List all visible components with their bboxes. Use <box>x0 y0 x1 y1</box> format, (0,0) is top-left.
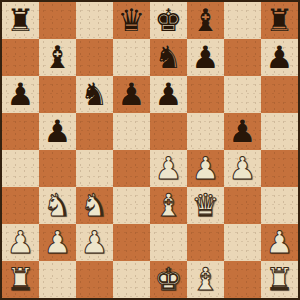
square-h7[interactable]: ♟ <box>261 39 298 76</box>
square-c1[interactable] <box>76 261 113 298</box>
chess-board: ♜♛♚♝♜♝♞♟♟♟♞♟♟♟♟♟♟♟♞♞♝♛♟♟♟♟♜♚♝♜ <box>0 0 300 300</box>
piece-black-pawn-b5[interactable]: ♟ <box>44 113 72 150</box>
square-g4[interactable]: ♟ <box>224 150 261 187</box>
piece-white-knight-b3[interactable]: ♞ <box>44 187 72 224</box>
square-e8[interactable]: ♚ <box>150 2 187 39</box>
square-c6[interactable]: ♞ <box>76 76 113 113</box>
piece-white-bishop-e3[interactable]: ♝ <box>155 187 183 224</box>
square-b7[interactable]: ♝ <box>39 39 76 76</box>
piece-black-pawn-e6[interactable]: ♟ <box>155 76 183 113</box>
piece-black-bishop-b7[interactable]: ♝ <box>44 39 72 76</box>
piece-black-pawn-g5[interactable]: ♟ <box>229 113 257 150</box>
square-f6[interactable] <box>187 76 224 113</box>
square-b1[interactable] <box>39 261 76 298</box>
square-e6[interactable]: ♟ <box>150 76 187 113</box>
square-c4[interactable] <box>76 150 113 187</box>
piece-black-rook-a8[interactable]: ♜ <box>7 2 35 39</box>
piece-white-rook-h1[interactable]: ♜ <box>266 261 294 298</box>
piece-black-pawn-h7[interactable]: ♟ <box>266 39 294 76</box>
square-b8[interactable] <box>39 2 76 39</box>
piece-black-pawn-f7[interactable]: ♟ <box>192 39 220 76</box>
square-h6[interactable] <box>261 76 298 113</box>
square-a3[interactable] <box>2 187 39 224</box>
piece-black-pawn-a6[interactable]: ♟ <box>7 76 35 113</box>
piece-white-pawn-c2[interactable]: ♟ <box>81 224 109 261</box>
square-e5[interactable] <box>150 113 187 150</box>
square-c2[interactable]: ♟ <box>76 224 113 261</box>
piece-black-bishop-f8[interactable]: ♝ <box>192 2 220 39</box>
piece-white-king-e1[interactable]: ♚ <box>155 261 183 298</box>
square-h5[interactable] <box>261 113 298 150</box>
square-d3[interactable] <box>113 187 150 224</box>
square-d8[interactable]: ♛ <box>113 2 150 39</box>
square-f3[interactable]: ♛ <box>187 187 224 224</box>
piece-black-king-e8[interactable]: ♚ <box>155 2 183 39</box>
piece-black-rook-h8[interactable]: ♜ <box>266 2 294 39</box>
piece-black-knight-e7[interactable]: ♞ <box>155 39 183 76</box>
square-a2[interactable]: ♟ <box>2 224 39 261</box>
square-h4[interactable] <box>261 150 298 187</box>
square-f4[interactable]: ♟ <box>187 150 224 187</box>
square-d1[interactable] <box>113 261 150 298</box>
square-d7[interactable] <box>113 39 150 76</box>
square-b3[interactable]: ♞ <box>39 187 76 224</box>
square-f1[interactable]: ♝ <box>187 261 224 298</box>
square-g2[interactable] <box>224 224 261 261</box>
square-c5[interactable] <box>76 113 113 150</box>
square-f7[interactable]: ♟ <box>187 39 224 76</box>
square-h3[interactable] <box>261 187 298 224</box>
piece-white-bishop-f1[interactable]: ♝ <box>192 261 220 298</box>
square-a1[interactable]: ♜ <box>2 261 39 298</box>
piece-black-queen-d8[interactable]: ♛ <box>118 2 146 39</box>
square-d5[interactable] <box>113 113 150 150</box>
square-d4[interactable] <box>113 150 150 187</box>
piece-black-pawn-d6[interactable]: ♟ <box>118 76 146 113</box>
square-b2[interactable]: ♟ <box>39 224 76 261</box>
square-g3[interactable] <box>224 187 261 224</box>
square-f5[interactable] <box>187 113 224 150</box>
square-c7[interactable] <box>76 39 113 76</box>
square-g8[interactable] <box>224 2 261 39</box>
square-g5[interactable]: ♟ <box>224 113 261 150</box>
piece-white-pawn-e4[interactable]: ♟ <box>155 150 183 187</box>
square-c3[interactable]: ♞ <box>76 187 113 224</box>
piece-white-rook-a1[interactable]: ♜ <box>7 261 35 298</box>
square-g6[interactable] <box>224 76 261 113</box>
square-b4[interactable] <box>39 150 76 187</box>
piece-white-queen-f3[interactable]: ♛ <box>192 187 220 224</box>
square-a7[interactable] <box>2 39 39 76</box>
square-b6[interactable] <box>39 76 76 113</box>
square-g1[interactable] <box>224 261 261 298</box>
square-g7[interactable] <box>224 39 261 76</box>
piece-black-knight-c6[interactable]: ♞ <box>81 76 109 113</box>
square-h2[interactable]: ♟ <box>261 224 298 261</box>
square-d6[interactable]: ♟ <box>113 76 150 113</box>
piece-white-pawn-g4[interactable]: ♟ <box>229 150 257 187</box>
square-a5[interactable] <box>2 113 39 150</box>
square-e3[interactable]: ♝ <box>150 187 187 224</box>
square-h8[interactable]: ♜ <box>261 2 298 39</box>
piece-white-knight-c3[interactable]: ♞ <box>81 187 109 224</box>
square-a4[interactable] <box>2 150 39 187</box>
piece-white-pawn-h2[interactable]: ♟ <box>266 224 294 261</box>
piece-white-pawn-b2[interactable]: ♟ <box>44 224 72 261</box>
square-b5[interactable]: ♟ <box>39 113 76 150</box>
square-d2[interactable] <box>113 224 150 261</box>
square-a6[interactable]: ♟ <box>2 76 39 113</box>
square-e2[interactable] <box>150 224 187 261</box>
square-h1[interactable]: ♜ <box>261 261 298 298</box>
square-f8[interactable]: ♝ <box>187 2 224 39</box>
square-f2[interactable] <box>187 224 224 261</box>
square-e1[interactable]: ♚ <box>150 261 187 298</box>
square-e7[interactable]: ♞ <box>150 39 187 76</box>
piece-white-pawn-a2[interactable]: ♟ <box>7 224 35 261</box>
square-e4[interactable]: ♟ <box>150 150 187 187</box>
piece-white-pawn-f4[interactable]: ♟ <box>192 150 220 187</box>
square-a8[interactable]: ♜ <box>2 2 39 39</box>
square-c8[interactable] <box>76 2 113 39</box>
